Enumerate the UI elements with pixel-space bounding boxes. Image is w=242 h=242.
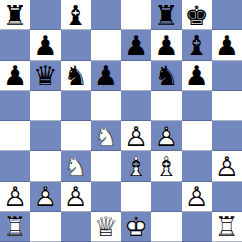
square-a7[interactable]: [0, 30, 30, 60]
square-g4[interactable]: [182, 121, 212, 151]
square-c8[interactable]: ♝: [61, 0, 91, 30]
black-pawn: ♟: [91, 61, 121, 91]
square-d8[interactable]: [91, 0, 121, 30]
white-rook: ♜♖: [0, 212, 30, 242]
square-e3[interactable]: ♝♗: [121, 151, 151, 181]
square-a1[interactable]: ♜♖: [0, 212, 30, 242]
square-a2[interactable]: ♟♙: [0, 182, 30, 212]
black-pawn: ♟: [0, 61, 30, 91]
square-d4[interactable]: ♞♘: [91, 121, 121, 151]
black-knight: ♞: [151, 61, 181, 91]
chess-board: ♜♝♜♚♟♟♟♝♟♟♛♞♟♞♟♞♘♟♙♟♙♞♘♝♗♝♗♟♙♟♙♟♙♟♙♟♙♜♖♛…: [0, 0, 242, 242]
square-e4[interactable]: ♟♙: [121, 121, 151, 151]
square-b3[interactable]: [30, 151, 60, 181]
black-pawn: ♟: [151, 30, 181, 60]
white-pawn: ♟♙: [151, 121, 181, 151]
black-queen: ♛: [30, 61, 60, 91]
white-pawn: ♟♙: [61, 182, 91, 212]
black-bishop: ♝: [182, 30, 212, 60]
square-e1[interactable]: ♚♔: [121, 212, 151, 242]
black-bishop: ♝: [61, 0, 91, 30]
square-a3[interactable]: [0, 151, 30, 181]
square-b1[interactable]: [30, 212, 60, 242]
square-e5[interactable]: [121, 91, 151, 121]
square-f1[interactable]: [151, 212, 181, 242]
square-c2[interactable]: ♟♙: [61, 182, 91, 212]
square-h7[interactable]: ♟: [212, 30, 242, 60]
square-e8[interactable]: [121, 0, 151, 30]
black-rook: ♜: [0, 0, 30, 30]
white-pawn: ♟♙: [121, 121, 151, 151]
square-g6[interactable]: ♟: [182, 61, 212, 91]
square-a5[interactable]: [0, 91, 30, 121]
square-f4[interactable]: ♟♙: [151, 121, 181, 151]
square-c4[interactable]: [61, 121, 91, 151]
square-f7[interactable]: ♟: [151, 30, 181, 60]
square-d5[interactable]: [91, 91, 121, 121]
black-king: ♚: [182, 0, 212, 30]
square-h3[interactable]: ♟♙: [212, 151, 242, 181]
white-pawn: ♟♙: [0, 182, 30, 212]
white-knight: ♞♘: [91, 121, 121, 151]
square-g8[interactable]: ♚: [182, 0, 212, 30]
square-f6[interactable]: ♞: [151, 61, 181, 91]
square-g3[interactable]: [182, 151, 212, 181]
square-d2[interactable]: [91, 182, 121, 212]
white-king: ♚♔: [121, 212, 151, 242]
white-rook: ♜♖: [212, 212, 242, 242]
square-e7[interactable]: ♟: [121, 30, 151, 60]
square-d6[interactable]: ♟: [91, 61, 121, 91]
white-pawn: ♟♙: [182, 182, 212, 212]
white-knight: ♞♘: [61, 151, 91, 181]
square-f5[interactable]: [151, 91, 181, 121]
square-d7[interactable]: [91, 30, 121, 60]
square-h8[interactable]: [212, 0, 242, 30]
square-c5[interactable]: [61, 91, 91, 121]
black-rook: ♜: [151, 0, 181, 30]
white-bishop: ♝♗: [121, 151, 151, 181]
square-b2[interactable]: ♟♙: [30, 182, 60, 212]
white-queen: ♛♕: [91, 212, 121, 242]
square-h1[interactable]: ♜♖: [212, 212, 242, 242]
black-pawn: ♟: [30, 30, 60, 60]
square-g7[interactable]: ♝: [182, 30, 212, 60]
black-pawn: ♟: [212, 30, 242, 60]
square-f3[interactable]: ♝♗: [151, 151, 181, 181]
square-h5[interactable]: [212, 91, 242, 121]
white-bishop: ♝♗: [151, 151, 181, 181]
square-a4[interactable]: [0, 121, 30, 151]
black-pawn: ♟: [121, 30, 151, 60]
square-h4[interactable]: [212, 121, 242, 151]
square-c3[interactable]: ♞♘: [61, 151, 91, 181]
white-pawn: ♟♙: [30, 182, 60, 212]
square-b6[interactable]: ♛: [30, 61, 60, 91]
square-b5[interactable]: [30, 91, 60, 121]
square-g2[interactable]: ♟♙: [182, 182, 212, 212]
square-f2[interactable]: [151, 182, 181, 212]
square-a8[interactable]: ♜: [0, 0, 30, 30]
square-f8[interactable]: ♜: [151, 0, 181, 30]
square-h6[interactable]: [212, 61, 242, 91]
square-b7[interactable]: ♟: [30, 30, 60, 60]
black-knight: ♞: [61, 61, 91, 91]
square-c6[interactable]: ♞: [61, 61, 91, 91]
square-b8[interactable]: [30, 0, 60, 30]
square-c1[interactable]: [61, 212, 91, 242]
square-d1[interactable]: ♛♕: [91, 212, 121, 242]
square-g5[interactable]: [182, 91, 212, 121]
square-g1[interactable]: [182, 212, 212, 242]
square-e2[interactable]: [121, 182, 151, 212]
square-e6[interactable]: [121, 61, 151, 91]
square-c7[interactable]: [61, 30, 91, 60]
square-d3[interactable]: [91, 151, 121, 181]
black-pawn: ♟: [182, 61, 212, 91]
square-h2[interactable]: [212, 182, 242, 212]
white-pawn: ♟♙: [212, 151, 242, 181]
square-a6[interactable]: ♟: [0, 61, 30, 91]
square-b4[interactable]: [30, 121, 60, 151]
